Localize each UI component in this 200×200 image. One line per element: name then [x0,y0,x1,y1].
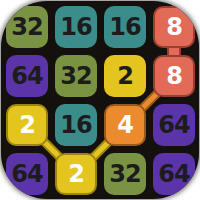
tile-r4c4-64[interactable]: 64 [153,153,195,195]
tile-r2c4-8[interactable]: 8 [153,55,195,97]
tile-r3c1-2[interactable]: 2 [6,104,48,146]
tile-r1c3-16[interactable]: 16 [104,6,146,48]
tile-r4c3-32[interactable]: 32 [104,153,146,195]
tile-r2c3-2[interactable]: 2 [104,55,146,97]
tile-r3c4-64[interactable]: 64 [153,104,195,146]
tile-r4c2-2[interactable]: 2 [55,153,97,195]
tile-r3c3-4[interactable]: 4 [104,104,146,146]
tile-r1c4-8[interactable]: 8 [153,6,195,48]
tile-r3c2-16[interactable]: 16 [55,104,97,146]
tile-r1c2-16[interactable]: 16 [55,6,97,48]
tile-r4c1-64[interactable]: 64 [6,153,48,195]
tile-r2c2-32[interactable]: 32 [55,55,97,97]
game-board: 32161686432282164646423264 [1,1,199,199]
tile-r1c1-32[interactable]: 32 [6,6,48,48]
tile-r2c1-64[interactable]: 64 [6,55,48,97]
